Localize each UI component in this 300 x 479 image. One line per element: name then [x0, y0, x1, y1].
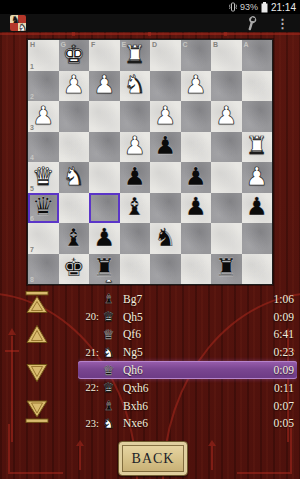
- move-time: 6:41: [274, 328, 294, 340]
- square-d1[interactable]: D: [150, 40, 181, 71]
- square-e5[interactable]: ♟: [120, 162, 151, 193]
- rank-label: 3: [30, 124, 34, 131]
- square-c7[interactable]: [181, 223, 212, 254]
- square-h3[interactable]: 3♟: [28, 101, 59, 132]
- square-f1[interactable]: F: [89, 40, 120, 71]
- file-label: B: [213, 41, 218, 48]
- square-e7[interactable]: [120, 223, 151, 254]
- file-label: C: [183, 41, 188, 48]
- move-time: 0:09: [274, 364, 294, 376]
- move-time: 0:07: [274, 400, 294, 412]
- file-label: E: [122, 41, 127, 48]
- move-text: Qh5: [123, 311, 274, 323]
- vibrate-icon: [229, 2, 237, 12]
- square-d4[interactable]: ♟: [150, 132, 181, 163]
- square-g2[interactable]: ♟: [59, 71, 90, 102]
- square-c6[interactable]: ♟: [181, 193, 212, 224]
- black-knight: ♞: [154, 225, 176, 250]
- rank-label: 4: [30, 154, 34, 161]
- move-row-ng5[interactable]: 21:♞Ng50:23: [78, 343, 297, 361]
- move-row-qh5[interactable]: 20:♛Qh50:09: [78, 308, 297, 326]
- square-g5[interactable]: ♞: [59, 162, 90, 193]
- white-bishop-icon: ♝: [100, 280, 117, 284]
- move-text: Bxh6: [123, 400, 274, 412]
- square-c4[interactable]: [181, 132, 212, 163]
- square-e6[interactable]: ♝: [120, 193, 151, 224]
- square-h7[interactable]: 7: [28, 223, 59, 254]
- move-time: 0:11: [274, 382, 294, 394]
- square-h5[interactable]: 5♛: [28, 162, 59, 193]
- white-queen: ♛: [32, 164, 54, 189]
- chess-board: H1G♚FE♜DCBA2♟♟♞♟3♟♟♟4♟♟♜5♛♞♟♟♟6♛♝♟♟7♝♟♞8…: [27, 39, 273, 285]
- white-pawn: ♟: [215, 103, 237, 128]
- first-move-button[interactable]: [25, 291, 49, 317]
- white-knight-icon: ♞: [100, 346, 117, 359]
- square-c2[interactable]: ♟: [181, 71, 212, 102]
- move-row-bg7[interactable]: ♝Bg71:06: [78, 290, 297, 308]
- overflow-menu-icon[interactable]: ⋮: [273, 17, 292, 30]
- square-a6[interactable]: ♟: [242, 193, 273, 224]
- battery-percent: 93%: [240, 2, 258, 12]
- square-g1[interactable]: G♚: [59, 40, 90, 71]
- black-pawn: ♟: [93, 225, 115, 250]
- rank-label: 1: [30, 63, 34, 70]
- file-label: G: [61, 41, 66, 48]
- square-e3[interactable]: [120, 101, 151, 132]
- black-rook: ♜: [93, 255, 115, 280]
- square-d2[interactable]: [150, 71, 181, 102]
- triangle-up-icon: [25, 324, 49, 344]
- rank-label: 8: [30, 276, 34, 283]
- rank-label: 7: [30, 246, 34, 253]
- white-knight: ♞: [124, 72, 146, 97]
- black-bishop-icon: ♝: [100, 399, 117, 412]
- square-b6[interactable]: [211, 193, 242, 224]
- black-pawn: ♟: [124, 164, 146, 189]
- square-d7[interactable]: ♞: [150, 223, 181, 254]
- status-bar: 93% 21:14: [0, 0, 300, 14]
- square-f5[interactable]: [89, 162, 120, 193]
- square-g7[interactable]: ♝: [59, 223, 90, 254]
- square-h6[interactable]: 6♛: [28, 193, 59, 224]
- square-e2[interactable]: ♞: [120, 71, 151, 102]
- move-text: Qh6: [123, 364, 274, 376]
- square-b3[interactable]: ♟: [211, 101, 242, 132]
- square-h1[interactable]: H1: [28, 40, 59, 71]
- black-queen-icon: ♛: [100, 364, 117, 377]
- file-label: D: [152, 41, 157, 48]
- white-pawn: ♟: [32, 103, 54, 128]
- move-row-bxh6[interactable]: ♝Bxh60:07: [78, 397, 297, 415]
- square-a5[interactable]: ♟: [242, 162, 273, 193]
- app-icon: ♞ ♞: [10, 15, 26, 31]
- square-a2[interactable]: [242, 71, 273, 102]
- square-h2[interactable]: 2: [28, 71, 59, 102]
- square-b7[interactable]: [211, 223, 242, 254]
- move-list: ♝♝Bg71:0620:♛Qh50:09♛Qf66:4121:♞Ng50:23♛…: [78, 280, 297, 433]
- file-label: F: [91, 41, 95, 48]
- move-row-nxe6[interactable]: 23:♞Nxe60:05: [78, 415, 297, 433]
- triangle-down-icon: [25, 363, 49, 383]
- square-g6[interactable]: [59, 193, 90, 224]
- square-h4[interactable]: 4: [28, 132, 59, 163]
- move-number: 22:: [78, 382, 99, 393]
- square-g3[interactable]: [59, 101, 90, 132]
- square-a7[interactable]: [242, 223, 273, 254]
- next-move-button[interactable]: [25, 363, 49, 386]
- battery-icon: [261, 2, 268, 13]
- square-f6[interactable]: [89, 193, 120, 224]
- rank-label: 5: [30, 185, 34, 192]
- move-number: 21:: [78, 347, 99, 358]
- previous-move-button[interactable]: [25, 324, 49, 347]
- black-queen-icon: ♛: [100, 328, 117, 341]
- clock: 21:14: [271, 2, 296, 13]
- move-time: 0:05: [274, 417, 294, 429]
- square-f3[interactable]: [89, 101, 120, 132]
- black-pawn: ♟: [154, 133, 176, 158]
- white-pawn: ♟: [185, 72, 207, 97]
- square-g4[interactable]: [59, 132, 90, 163]
- square-h8[interactable]: 8: [28, 254, 59, 285]
- black-pawn: ♟: [246, 194, 268, 219]
- skip-to-end-icon: [25, 400, 49, 423]
- square-d3[interactable]: ♟: [150, 101, 181, 132]
- square-a1[interactable]: A: [242, 40, 273, 71]
- white-rook: ♜: [246, 133, 268, 158]
- rank-label: 2: [30, 93, 34, 100]
- square-a3[interactable]: [242, 101, 273, 132]
- last-move-button[interactable]: [25, 400, 49, 426]
- square-b4[interactable]: [211, 132, 242, 163]
- move-number: 20:: [78, 311, 99, 322]
- rank-label: 6: [30, 215, 34, 222]
- move-time: 0:23: [274, 346, 294, 358]
- file-label: A: [244, 41, 249, 48]
- white-knight-icon: ♞: [100, 417, 117, 430]
- move-number: 23:: [78, 418, 99, 429]
- move-text: Bg7: [123, 293, 274, 305]
- white-knight: ♞: [63, 164, 85, 189]
- white-pawn: ♟: [246, 164, 268, 189]
- square-b1[interactable]: B: [211, 40, 242, 71]
- square-d5[interactable]: [150, 162, 181, 193]
- move-row[interactable]: ♝: [78, 280, 297, 290]
- move-row-qh6[interactable]: ♛Qh60:09: [78, 361, 297, 379]
- black-bishop-icon: ♝: [100, 292, 117, 305]
- square-b5[interactable]: [211, 162, 242, 193]
- square-f2[interactable]: ♟: [89, 71, 120, 102]
- black-rook: ♜: [215, 255, 237, 280]
- move-text: Qxh6: [123, 382, 274, 394]
- move-row-qxh6[interactable]: 22:♛Qxh60:11: [78, 379, 297, 397]
- square-e1[interactable]: E♜: [120, 40, 151, 71]
- move-text: Ng5: [123, 346, 274, 358]
- square-c3[interactable]: [181, 101, 212, 132]
- move-text: Nxe6: [123, 417, 274, 429]
- black-bishop: ♝: [124, 194, 146, 219]
- white-rook: ♜: [124, 42, 146, 67]
- white-pawn: ♟: [124, 133, 146, 158]
- move-time: 0:09: [274, 311, 294, 323]
- square-d6[interactable]: [150, 193, 181, 224]
- black-queen: ♛: [32, 194, 54, 219]
- wrench-icon[interactable]: [241, 13, 261, 33]
- white-queen-icon: ♛: [100, 310, 117, 323]
- move-row-qf6[interactable]: ♛Qf66:41: [78, 326, 297, 344]
- black-pawn: ♟: [185, 194, 207, 219]
- black-pawn: ♟: [185, 164, 207, 189]
- white-queen-icon: ♛: [100, 381, 117, 394]
- white-pawn: ♟: [63, 72, 85, 97]
- white-pawn: ♟: [154, 103, 176, 128]
- square-f7[interactable]: ♟: [89, 223, 120, 254]
- move-time: 1:06: [274, 293, 294, 305]
- white-pawn: ♟: [93, 72, 115, 97]
- file-label: H: [30, 41, 35, 48]
- square-c5[interactable]: ♟: [181, 162, 212, 193]
- black-king: ♚: [63, 255, 85, 280]
- move-text: Qf6: [123, 328, 274, 340]
- back-button[interactable]: BACK: [118, 441, 188, 476]
- black-bishop: ♝: [63, 225, 85, 250]
- square-a4[interactable]: ♜: [242, 132, 273, 163]
- square-c1[interactable]: C: [181, 40, 212, 71]
- white-knight-logo-icon: ♞: [18, 23, 26, 31]
- square-e4[interactable]: ♟: [120, 132, 151, 163]
- skip-to-start-icon: [25, 291, 49, 314]
- square-f4[interactable]: [89, 132, 120, 163]
- chess-app-screen: 93% 21:14 ♞ ♞ ⋮ H1G♚FE♜DCBA2♟♟♞♟3♟♟♟4♟♟♜…: [0, 0, 300, 479]
- action-bar: ♞ ♞ ⋮: [0, 14, 300, 32]
- square-b2[interactable]: [211, 71, 242, 102]
